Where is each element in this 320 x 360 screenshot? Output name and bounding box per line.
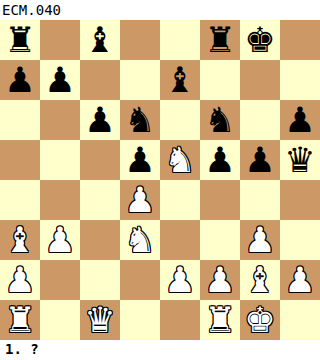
white-bishop-piece[interactable]: ♝ — [0, 220, 40, 260]
square-b7[interactable]: ♟ — [40, 60, 80, 100]
square-h8[interactable] — [280, 20, 320, 60]
square-b2[interactable] — [40, 260, 80, 300]
chess-diagram: ECM.040 ♜♝♜♚♟♟♝♟♞♞♟♟♞♟♟♛♟♝♟♞♟♟♟♟♝♟♜♛♜♚ 1… — [0, 0, 320, 360]
square-e5[interactable]: ♞ — [160, 140, 200, 180]
white-pawn-piece[interactable]: ♟ — [0, 260, 40, 300]
black-rook-piece[interactable]: ♜ — [200, 20, 240, 60]
black-pawn-piece[interactable]: ♟ — [0, 60, 40, 100]
square-g5[interactable]: ♟ — [240, 140, 280, 180]
square-d1[interactable] — [120, 300, 160, 340]
square-f3[interactable] — [200, 220, 240, 260]
square-d8[interactable] — [120, 20, 160, 60]
white-rook-piece[interactable]: ♜ — [0, 300, 40, 340]
square-f2[interactable]: ♟ — [200, 260, 240, 300]
square-d3[interactable]: ♞ — [120, 220, 160, 260]
square-h4[interactable] — [280, 180, 320, 220]
square-e2[interactable]: ♟ — [160, 260, 200, 300]
move-prompt: 1. ? — [5, 340, 39, 359]
white-bishop-piece[interactable]: ♝ — [240, 260, 280, 300]
square-f7[interactable] — [200, 60, 240, 100]
black-pawn-piece[interactable]: ♟ — [240, 140, 280, 180]
square-a1[interactable]: ♜ — [0, 300, 40, 340]
square-h6[interactable]: ♟ — [280, 100, 320, 140]
white-pawn-piece[interactable]: ♟ — [200, 260, 240, 300]
black-pawn-piece[interactable]: ♟ — [280, 100, 320, 140]
square-g2[interactable]: ♝ — [240, 260, 280, 300]
square-f8[interactable]: ♜ — [200, 20, 240, 60]
square-h2[interactable]: ♟ — [280, 260, 320, 300]
square-e7[interactable]: ♝ — [160, 60, 200, 100]
square-b5[interactable] — [40, 140, 80, 180]
square-d5[interactable]: ♟ — [120, 140, 160, 180]
square-a5[interactable] — [0, 140, 40, 180]
white-knight-piece[interactable]: ♞ — [120, 220, 160, 260]
black-pawn-piece[interactable]: ♟ — [40, 60, 80, 100]
square-h7[interactable] — [280, 60, 320, 100]
square-f4[interactable] — [200, 180, 240, 220]
square-g6[interactable] — [240, 100, 280, 140]
square-a2[interactable]: ♟ — [0, 260, 40, 300]
square-d7[interactable] — [120, 60, 160, 100]
square-h5[interactable]: ♛ — [280, 140, 320, 180]
square-b1[interactable] — [40, 300, 80, 340]
chess-board: ♜♝♜♚♟♟♝♟♞♞♟♟♞♟♟♛♟♝♟♞♟♟♟♟♝♟♜♛♜♚ — [0, 20, 320, 340]
white-knight-piece[interactable]: ♞ — [160, 140, 200, 180]
square-d2[interactable] — [120, 260, 160, 300]
diagram-title: ECM.040 — [2, 1, 61, 19]
white-pawn-piece[interactable]: ♟ — [40, 220, 80, 260]
square-a8[interactable]: ♜ — [0, 20, 40, 60]
black-pawn-piece[interactable]: ♟ — [80, 100, 120, 140]
square-g1[interactable]: ♚ — [240, 300, 280, 340]
white-pawn-piece[interactable]: ♟ — [120, 180, 160, 220]
black-king-piece[interactable]: ♚ — [240, 20, 280, 60]
square-a6[interactable] — [0, 100, 40, 140]
square-c5[interactable] — [80, 140, 120, 180]
black-rook-piece[interactable]: ♜ — [0, 20, 40, 60]
square-h1[interactable] — [280, 300, 320, 340]
square-g4[interactable] — [240, 180, 280, 220]
square-a3[interactable]: ♝ — [0, 220, 40, 260]
square-e3[interactable] — [160, 220, 200, 260]
square-f5[interactable]: ♟ — [200, 140, 240, 180]
square-d4[interactable]: ♟ — [120, 180, 160, 220]
square-g8[interactable]: ♚ — [240, 20, 280, 60]
square-c1[interactable]: ♛ — [80, 300, 120, 340]
square-b3[interactable]: ♟ — [40, 220, 80, 260]
white-pawn-piece[interactable]: ♟ — [240, 220, 280, 260]
black-knight-piece[interactable]: ♞ — [200, 100, 240, 140]
square-c7[interactable] — [80, 60, 120, 100]
square-c4[interactable] — [80, 180, 120, 220]
square-g7[interactable] — [240, 60, 280, 100]
black-pawn-piece[interactable]: ♟ — [120, 140, 160, 180]
square-e4[interactable] — [160, 180, 200, 220]
square-b4[interactable] — [40, 180, 80, 220]
square-g3[interactable]: ♟ — [240, 220, 280, 260]
square-e8[interactable] — [160, 20, 200, 60]
black-bishop-piece[interactable]: ♝ — [160, 60, 200, 100]
black-bishop-piece[interactable]: ♝ — [80, 20, 120, 60]
square-f1[interactable]: ♜ — [200, 300, 240, 340]
black-queen-piece[interactable]: ♛ — [280, 140, 320, 180]
square-b6[interactable] — [40, 100, 80, 140]
square-c2[interactable] — [80, 260, 120, 300]
square-e1[interactable] — [160, 300, 200, 340]
white-queen-piece[interactable]: ♛ — [80, 300, 120, 340]
square-c6[interactable]: ♟ — [80, 100, 120, 140]
white-pawn-piece[interactable]: ♟ — [280, 260, 320, 300]
white-pawn-piece[interactable]: ♟ — [160, 260, 200, 300]
square-d6[interactable]: ♞ — [120, 100, 160, 140]
square-e6[interactable] — [160, 100, 200, 140]
black-pawn-piece[interactable]: ♟ — [200, 140, 240, 180]
white-rook-piece[interactable]: ♜ — [200, 300, 240, 340]
white-king-piece[interactable]: ♚ — [240, 300, 280, 340]
square-h3[interactable] — [280, 220, 320, 260]
square-b8[interactable] — [40, 20, 80, 60]
square-a4[interactable] — [0, 180, 40, 220]
square-f6[interactable]: ♞ — [200, 100, 240, 140]
black-knight-piece[interactable]: ♞ — [120, 100, 160, 140]
square-a7[interactable]: ♟ — [0, 60, 40, 100]
square-c3[interactable] — [80, 220, 120, 260]
square-c8[interactable]: ♝ — [80, 20, 120, 60]
